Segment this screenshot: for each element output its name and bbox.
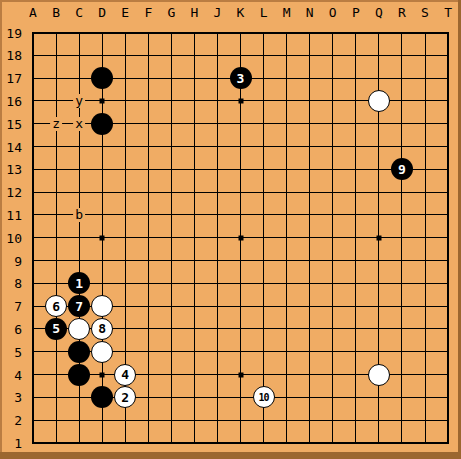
board-edge-top xyxy=(0,0,461,2)
board-edge-bottom xyxy=(0,452,461,459)
board-bevel-layer xyxy=(0,0,461,459)
go-diagram: ABCDEFGHJKLMNOPQRST 19181716151413121110… xyxy=(0,0,461,459)
board-edge-left xyxy=(0,0,2,459)
go-board: ABCDEFGHJKLMNOPQRST 19181716151413121110… xyxy=(0,0,461,459)
